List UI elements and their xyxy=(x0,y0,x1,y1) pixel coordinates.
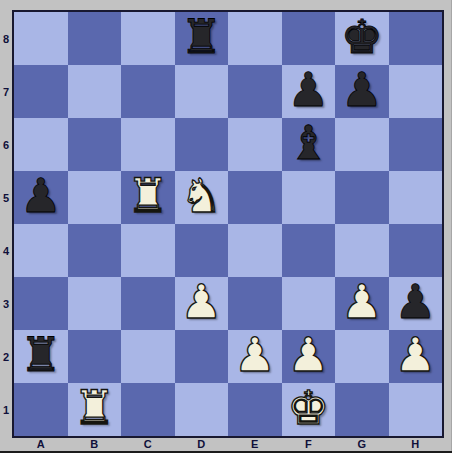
black-pawn-h3[interactable]: ♟ xyxy=(394,278,436,325)
square-f1[interactable]: ♚ xyxy=(282,383,336,436)
square-e3[interactable] xyxy=(228,277,282,330)
square-h1[interactable] xyxy=(389,383,443,436)
white-pawn-h2[interactable]: ♟ xyxy=(394,331,436,378)
square-f2[interactable]: ♟ xyxy=(282,330,336,383)
white-rook-b1[interactable]: ♜ xyxy=(73,384,115,431)
square-a8[interactable] xyxy=(14,12,68,65)
file-label-d: D xyxy=(175,437,229,451)
square-c1[interactable] xyxy=(121,383,175,436)
square-e4[interactable] xyxy=(228,224,282,277)
square-d7[interactable] xyxy=(175,65,229,118)
square-h4[interactable] xyxy=(389,224,443,277)
square-a3[interactable] xyxy=(14,277,68,330)
square-g7[interactable]: ♟ xyxy=(335,65,389,118)
board-grid: ♜♚♟♟♝♟♜♞♟♟♟♜♟♟♟♜♚ xyxy=(12,10,444,438)
square-d4[interactable] xyxy=(175,224,229,277)
square-b4[interactable] xyxy=(68,224,122,277)
square-d5[interactable]: ♞ xyxy=(175,171,229,224)
square-d2[interactable] xyxy=(175,330,229,383)
square-a5[interactable]: ♟ xyxy=(14,171,68,224)
square-f3[interactable] xyxy=(282,277,336,330)
file-label-c: C xyxy=(121,437,175,451)
black-pawn-g7[interactable]: ♟ xyxy=(341,66,383,113)
file-label-g: G xyxy=(335,437,389,451)
file-label-b: B xyxy=(68,437,122,451)
square-a6[interactable] xyxy=(14,118,68,171)
square-c4[interactable] xyxy=(121,224,175,277)
rank-label-6: 6 xyxy=(0,118,12,171)
white-pawn-f2[interactable]: ♟ xyxy=(287,331,329,378)
black-pawn-a5[interactable]: ♟ xyxy=(20,172,62,219)
square-b5[interactable] xyxy=(68,171,122,224)
square-c3[interactable] xyxy=(121,277,175,330)
square-b8[interactable] xyxy=(68,12,122,65)
rank-label-2: 2 xyxy=(0,330,12,383)
square-a2[interactable]: ♜ xyxy=(14,330,68,383)
square-b2[interactable] xyxy=(68,330,122,383)
rank-label-7: 7 xyxy=(0,65,12,118)
square-d8[interactable]: ♜ xyxy=(175,12,229,65)
rank-label-8: 8 xyxy=(0,12,12,65)
square-e2[interactable]: ♟ xyxy=(228,330,282,383)
square-g5[interactable] xyxy=(335,171,389,224)
square-h5[interactable] xyxy=(389,171,443,224)
square-h3[interactable]: ♟ xyxy=(389,277,443,330)
black-king-g8[interactable]: ♚ xyxy=(341,13,383,60)
square-d1[interactable] xyxy=(175,383,229,436)
square-h8[interactable] xyxy=(389,12,443,65)
black-rook-d8[interactable]: ♜ xyxy=(180,13,222,60)
square-h2[interactable]: ♟ xyxy=(389,330,443,383)
square-g2[interactable] xyxy=(335,330,389,383)
white-knight-d5[interactable]: ♞ xyxy=(180,172,222,219)
square-d3[interactable]: ♟ xyxy=(175,277,229,330)
square-e5[interactable] xyxy=(228,171,282,224)
black-bishop-f6[interactable]: ♝ xyxy=(287,119,329,166)
rank-label-1: 1 xyxy=(0,383,12,436)
square-f7[interactable]: ♟ xyxy=(282,65,336,118)
square-b3[interactable] xyxy=(68,277,122,330)
square-f8[interactable] xyxy=(282,12,336,65)
file-label-f: F xyxy=(282,437,336,451)
rank-label-4: 4 xyxy=(0,224,12,277)
square-d6[interactable] xyxy=(175,118,229,171)
square-c5[interactable]: ♜ xyxy=(121,171,175,224)
square-a7[interactable] xyxy=(14,65,68,118)
chess-app-window: 87654321 ♜♚♟♟♝♟♜♞♟♟♟♜♟♟♟♜♚ ABCDEFGH xyxy=(0,0,452,453)
square-c6[interactable] xyxy=(121,118,175,171)
square-c2[interactable] xyxy=(121,330,175,383)
square-b7[interactable] xyxy=(68,65,122,118)
square-g1[interactable] xyxy=(335,383,389,436)
white-pawn-d3[interactable]: ♟ xyxy=(180,278,222,325)
square-e1[interactable] xyxy=(228,383,282,436)
square-e8[interactable] xyxy=(228,12,282,65)
square-h6[interactable] xyxy=(389,118,443,171)
square-a4[interactable] xyxy=(14,224,68,277)
square-h7[interactable] xyxy=(389,65,443,118)
black-rook-a2[interactable]: ♜ xyxy=(20,331,62,378)
square-g6[interactable] xyxy=(335,118,389,171)
square-g3[interactable]: ♟ xyxy=(335,277,389,330)
white-pawn-e2[interactable]: ♟ xyxy=(234,331,276,378)
white-rook-c5[interactable]: ♜ xyxy=(127,172,169,219)
square-b1[interactable]: ♜ xyxy=(68,383,122,436)
file-label-h: H xyxy=(389,437,443,451)
square-e7[interactable] xyxy=(228,65,282,118)
rank-label-3: 3 xyxy=(0,277,12,330)
square-f6[interactable]: ♝ xyxy=(282,118,336,171)
rank-label-5: 5 xyxy=(0,171,12,224)
file-label-e: E xyxy=(228,437,282,451)
square-f5[interactable] xyxy=(282,171,336,224)
white-king-f1[interactable]: ♚ xyxy=(287,384,329,431)
square-b6[interactable] xyxy=(68,118,122,171)
rank-coordinates: 87654321 xyxy=(0,12,12,436)
square-e6[interactable] xyxy=(228,118,282,171)
square-a1[interactable] xyxy=(14,383,68,436)
black-pawn-f7[interactable]: ♟ xyxy=(287,66,329,113)
square-c8[interactable] xyxy=(121,12,175,65)
square-f4[interactable] xyxy=(282,224,336,277)
file-coordinates: ABCDEFGH xyxy=(14,437,442,451)
square-c7[interactable] xyxy=(121,65,175,118)
file-label-a: A xyxy=(14,437,68,451)
square-g8[interactable]: ♚ xyxy=(335,12,389,65)
square-g4[interactable] xyxy=(335,224,389,277)
white-pawn-g3[interactable]: ♟ xyxy=(341,278,383,325)
